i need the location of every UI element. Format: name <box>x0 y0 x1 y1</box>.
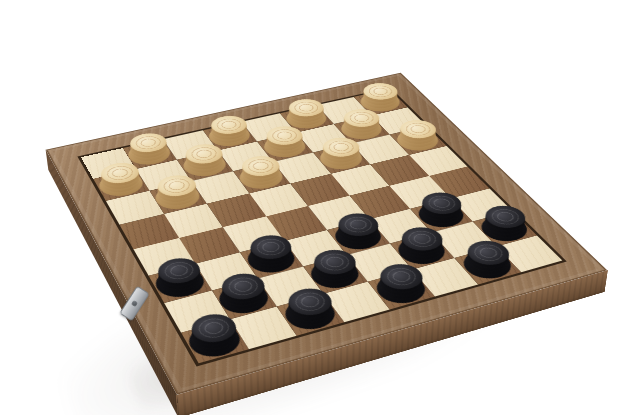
perspective-scene <box>0 0 629 415</box>
clasp-screw-icon <box>131 300 138 307</box>
checkers-board <box>46 73 607 395</box>
checker-dark <box>282 297 338 332</box>
board-frame <box>46 73 607 395</box>
checker-dark <box>186 323 243 360</box>
product-photo <box>0 0 629 415</box>
